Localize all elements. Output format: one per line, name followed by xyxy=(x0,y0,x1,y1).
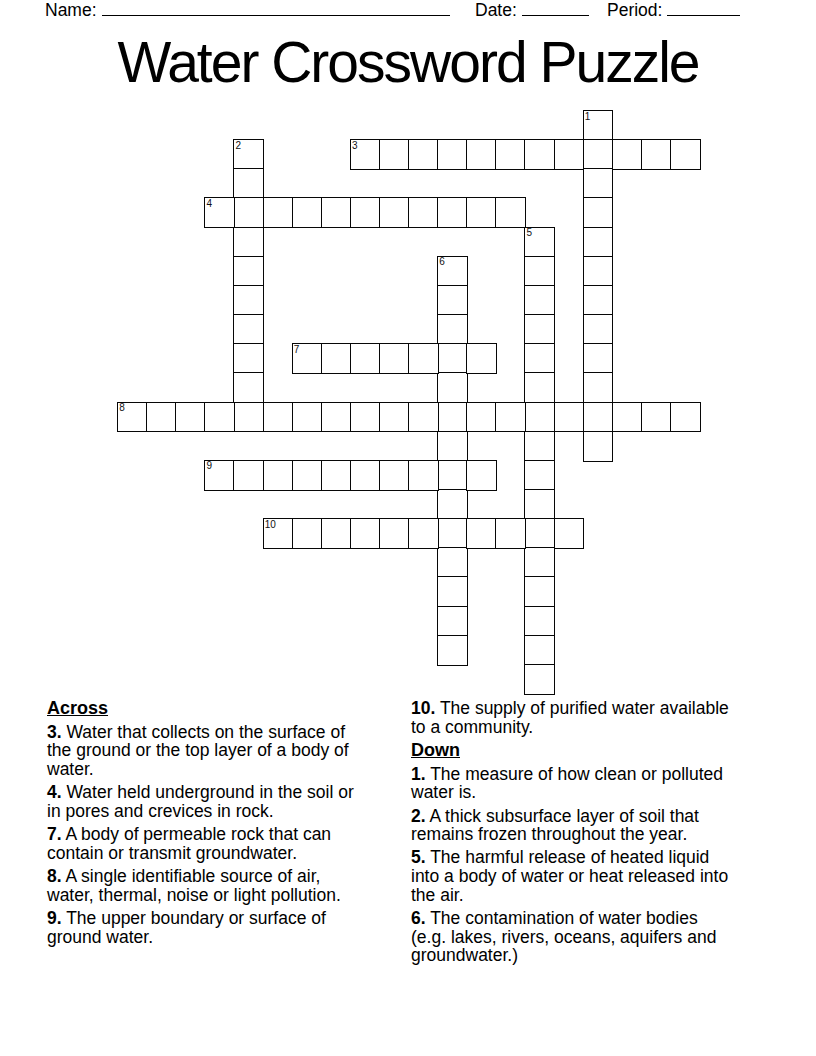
grid-cell-r3c9[interactable] xyxy=(379,197,410,228)
grid-cell-r4c16[interactable] xyxy=(583,227,614,258)
grid-cell-r16c14[interactable] xyxy=(524,576,555,607)
down-heading: Down xyxy=(411,741,783,760)
clue-number-label: 7. xyxy=(47,824,62,844)
grid-cell-r3c11[interactable] xyxy=(437,197,468,228)
clue-text: The measure of how clean or polluted wat… xyxy=(411,764,723,803)
clue-number-label: 9. xyxy=(47,908,62,928)
grid-cell-r10c7[interactable] xyxy=(321,402,352,433)
grid-cell-r12c4[interactable] xyxy=(233,460,264,491)
grid-cell-r6c14[interactable] xyxy=(524,285,555,316)
grid-cell-r6c11[interactable] xyxy=(437,285,468,316)
grid-cell-r1c17[interactable] xyxy=(612,139,643,170)
grid-cell-r3c10[interactable] xyxy=(408,197,439,228)
grid-cell-r17c14[interactable] xyxy=(524,606,555,637)
grid-cell-r7c4[interactable] xyxy=(233,314,264,345)
grid-cell-r12c6[interactable] xyxy=(292,460,323,491)
grid-cell-r19c14[interactable] xyxy=(524,664,555,695)
grid-cell-r8c14[interactable] xyxy=(524,343,555,374)
grid-cell-r12c8[interactable] xyxy=(350,460,381,491)
grid-cell-r1c14[interactable] xyxy=(524,139,555,170)
grid-cell-r1c13[interactable] xyxy=(495,139,526,170)
clue-text: The upper boundary or surface of ground … xyxy=(47,908,326,947)
grid-cell-r8c4[interactable] xyxy=(233,343,264,374)
grid-cell-r14c7[interactable] xyxy=(321,518,352,549)
clue-number-label: 5. xyxy=(411,847,426,867)
grid-cell-r3c8[interactable] xyxy=(350,197,381,228)
grid-cell-r12c10[interactable] xyxy=(408,460,439,491)
grid-cell-r12c11[interactable] xyxy=(437,460,468,491)
grid-number-4: 4 xyxy=(207,199,213,209)
grid-cell-r10c10[interactable] xyxy=(408,402,439,433)
clue-down-6: 6. The contamination of water bodies (e.… xyxy=(411,909,783,965)
clues-column-left: Across 3. Water that collects on the sur… xyxy=(47,699,419,951)
grid-cell-r2c16[interactable] xyxy=(583,168,614,199)
grid-cell-r1c16[interactable] xyxy=(583,139,614,170)
clue-text: Water held underground in the soil or in… xyxy=(47,782,354,821)
grid-cell-r12c14[interactable] xyxy=(524,460,555,491)
grid-cell-r10c8[interactable] xyxy=(350,402,381,433)
grid-cell-r10c11[interactable] xyxy=(437,402,468,433)
grid-number-3: 3 xyxy=(352,141,358,151)
grid-cell-r12c5[interactable] xyxy=(263,460,294,491)
clue-text: The harmful release of heated liquid int… xyxy=(411,847,728,904)
grid-cell-r10c16[interactable] xyxy=(583,402,614,433)
grid-cell-r2c4[interactable] xyxy=(233,168,264,199)
grid-cell-r11c11[interactable] xyxy=(437,431,468,462)
grid-number-7: 7 xyxy=(294,345,300,355)
grid-cell-r14c15[interactable] xyxy=(554,518,585,549)
grid-cell-r3c4[interactable] xyxy=(233,197,264,228)
date-label: Date: xyxy=(475,0,517,20)
date-field-group: Date: xyxy=(475,0,589,20)
date-blank-line[interactable] xyxy=(522,1,589,16)
grid-cell-r8c12[interactable] xyxy=(466,343,497,374)
grid-cell-r1c18[interactable] xyxy=(641,139,672,170)
grid-cell-r7c14[interactable] xyxy=(524,314,555,345)
grid-number-6: 6 xyxy=(439,257,445,267)
clues-column-right: 10. The supply of purified water availab… xyxy=(411,699,783,970)
name-blank-line[interactable] xyxy=(102,1,450,16)
grid-cell-r3c12[interactable] xyxy=(466,197,497,228)
grid-cell-r14c13[interactable] xyxy=(495,518,526,549)
worksheet-page: Name: Date: Period: Water Crossword Puzz… xyxy=(0,0,816,1056)
grid-cell-r8c10[interactable] xyxy=(408,343,439,374)
grid-cell-r14c9[interactable] xyxy=(379,518,410,549)
grid-cell-r8c9[interactable] xyxy=(379,343,410,374)
grid-cell-r10c12[interactable] xyxy=(466,402,497,433)
grid-cell-r10c9[interactable] xyxy=(379,402,410,433)
grid-cell-r12c12[interactable] xyxy=(466,460,497,491)
grid-cell-r10c5[interactable] xyxy=(263,402,294,433)
clue-text: A body of permeable rock that can contai… xyxy=(47,824,331,863)
grid-cell-r7c11[interactable] xyxy=(437,314,468,345)
clue-across-10: 10. The supply of purified water availab… xyxy=(411,699,783,736)
clue-text: Water that collects on the surface of th… xyxy=(47,722,349,779)
clue-across-4: 4. Water held underground in the soil or… xyxy=(47,783,419,820)
grid-cell-r1c15[interactable] xyxy=(554,139,585,170)
clue-text: A single identifiable source of air, wat… xyxy=(47,866,341,905)
grid-cell-r10c2[interactable] xyxy=(175,402,206,433)
grid-cell-r10c17[interactable] xyxy=(612,402,643,433)
period-field-group: Period: xyxy=(607,0,740,20)
grid-cell-r10c3[interactable] xyxy=(204,402,235,433)
clue-number-label: 2. xyxy=(411,806,426,826)
grid-cell-r8c16[interactable] xyxy=(583,343,614,374)
down-clues-list: 1. The measure of how clean or polluted … xyxy=(411,765,783,966)
grid-number-9: 9 xyxy=(207,461,213,471)
clue-text: A thick subsurface layer of soil that re… xyxy=(411,806,699,845)
grid-cell-r4c4[interactable] xyxy=(233,227,264,258)
across-clues-overflow: 10. The supply of purified water availab… xyxy=(411,699,783,736)
crossword-board: 12345678910 xyxy=(117,110,701,696)
grid-cell-r11c16[interactable] xyxy=(583,431,614,462)
grid-cell-r1c10[interactable] xyxy=(408,139,439,170)
grid-cell-r16c11[interactable] xyxy=(437,576,468,607)
grid-cell-r13c14[interactable] xyxy=(524,489,555,520)
grid-cell-r3c5[interactable] xyxy=(263,197,294,228)
clue-down-2: 2. A thick subsurface layer of soil that… xyxy=(411,807,783,844)
grid-number-5: 5 xyxy=(527,228,533,238)
name-label: Name: xyxy=(45,0,97,20)
clue-across-9: 9. The upper boundary or surface of grou… xyxy=(47,909,419,946)
grid-cell-r10c4[interactable] xyxy=(233,402,264,433)
grid-cell-r17c11[interactable] xyxy=(437,606,468,637)
grid-cell-r14c10[interactable] xyxy=(408,518,439,549)
clue-number-label: 8. xyxy=(47,866,62,886)
grid-number-2: 2 xyxy=(236,141,242,151)
grid-cell-r10c13[interactable] xyxy=(495,402,526,433)
grid-cell-r18c14[interactable] xyxy=(524,635,555,666)
clue-across-7: 7. A body of permeable rock that can con… xyxy=(47,825,419,862)
clue-number-label: 4. xyxy=(47,782,62,802)
grid-cell-r9c16[interactable] xyxy=(583,372,614,403)
clue-text: The contamination of water bodies (e.g. … xyxy=(411,908,716,965)
grid-cell-r15c11[interactable] xyxy=(437,547,468,578)
clue-text: The supply of purified water available t… xyxy=(411,698,729,737)
grid-cell-r9c14[interactable] xyxy=(524,372,555,403)
grid-cell-r5c16[interactable] xyxy=(583,256,614,287)
name-field-group: Name: xyxy=(45,0,450,20)
grid-cell-r10c15[interactable] xyxy=(554,402,585,433)
across-clues-list: 3. Water that collects on the surface of… xyxy=(47,723,419,947)
grid-number-10: 10 xyxy=(265,520,276,530)
grid-cell-r1c19[interactable] xyxy=(670,139,701,170)
grid-cell-r10c6[interactable] xyxy=(292,402,323,433)
grid-cell-r8c8[interactable] xyxy=(350,343,381,374)
grid-cell-r14c11[interactable] xyxy=(437,518,468,549)
clue-number-label: 3. xyxy=(47,722,62,742)
grid-cell-r10c18[interactable] xyxy=(641,402,672,433)
grid-number-1: 1 xyxy=(585,112,591,122)
grid-cell-r10c19[interactable] xyxy=(670,402,701,433)
grid-number-8: 8 xyxy=(119,403,125,413)
grid-cell-r3c7[interactable] xyxy=(321,197,352,228)
period-blank-line[interactable] xyxy=(667,1,740,16)
grid-cell-r18c11[interactable] xyxy=(437,635,468,666)
clue-across-8: 8. A single identifiable source of air, … xyxy=(47,867,419,904)
grid-cell-r6c16[interactable] xyxy=(583,285,614,316)
grid-cell-r15c14[interactable] xyxy=(524,547,555,578)
grid-cell-r14c6[interactable] xyxy=(292,518,323,549)
grid-cell-r11c14[interactable] xyxy=(524,431,555,462)
grid-cell-r3c6[interactable] xyxy=(292,197,323,228)
grid-cell-r1c12[interactable] xyxy=(466,139,497,170)
grid-cell-r5c4[interactable] xyxy=(233,256,264,287)
grid-cell-r10c14[interactable] xyxy=(524,402,555,433)
grid-cell-r6c4[interactable] xyxy=(233,285,264,316)
clue-number-label: 1. xyxy=(411,764,426,784)
grid-cell-r14c12[interactable] xyxy=(466,518,497,549)
grid-cell-r8c7[interactable] xyxy=(321,343,352,374)
grid-cell-r5c14[interactable] xyxy=(524,256,555,287)
clue-down-5: 5. The harmful release of heated liquid … xyxy=(411,848,783,904)
clue-number-label: 10. xyxy=(411,698,435,718)
grid-cell-r9c4[interactable] xyxy=(233,372,264,403)
grid-cell-r3c13[interactable] xyxy=(495,197,526,228)
clue-down-1: 1. The measure of how clean or polluted … xyxy=(411,765,783,802)
across-heading: Across xyxy=(47,699,419,718)
grid-cell-r14c8[interactable] xyxy=(350,518,381,549)
period-label: Period: xyxy=(607,0,662,20)
grid-cell-r12c7[interactable] xyxy=(321,460,352,491)
grid-cell-r3c16[interactable] xyxy=(583,197,614,228)
grid-cell-r8c11[interactable] xyxy=(437,343,468,374)
grid-cell-r1c11[interactable] xyxy=(437,139,468,170)
clue-across-3: 3. Water that collects on the surface of… xyxy=(47,723,419,779)
grid-cell-r12c9[interactable] xyxy=(379,460,410,491)
grid-cell-r14c14[interactable] xyxy=(524,518,555,549)
grid-cell-r7c16[interactable] xyxy=(583,314,614,345)
page-title: Water Crossword Puzzle xyxy=(0,34,816,91)
clue-number-label: 6. xyxy=(411,908,426,928)
grid-cell-r9c11[interactable] xyxy=(437,372,468,403)
grid-cell-r1c9[interactable] xyxy=(379,139,410,170)
grid-cell-r10c1[interactable] xyxy=(146,402,177,433)
grid-cell-r13c11[interactable] xyxy=(437,489,468,520)
